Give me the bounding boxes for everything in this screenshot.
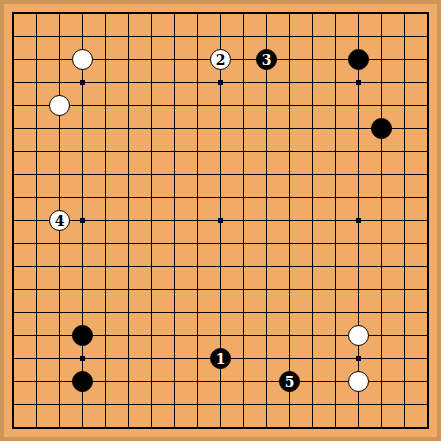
stone-black-Q17 <box>348 49 369 70</box>
star-point-Q4 <box>356 356 361 361</box>
stone-black-K4-move-1: 1 <box>210 348 231 369</box>
star-point-D10 <box>80 218 85 223</box>
go-board: 23415 <box>0 0 441 441</box>
stone-white-Q3 <box>348 371 369 392</box>
goban-grid[interactable]: 23415 <box>2 2 439 439</box>
stone-white-K17-move-2: 2 <box>210 49 231 70</box>
star-point-D16 <box>80 80 85 85</box>
star-point-Q10 <box>356 218 361 223</box>
star-point-K10 <box>218 218 223 223</box>
star-point-Q16 <box>356 80 361 85</box>
stone-white-Q5 <box>348 325 369 346</box>
stone-white-D17 <box>72 49 93 70</box>
stone-black-M17-move-3: 3 <box>256 49 277 70</box>
stone-white-C15 <box>49 95 70 116</box>
star-point-D4 <box>80 356 85 361</box>
stone-black-R14 <box>371 118 392 139</box>
stone-black-D5 <box>72 325 93 346</box>
star-point-K16 <box>218 80 223 85</box>
stone-black-D3 <box>72 371 93 392</box>
stone-black-N3-move-5: 5 <box>279 371 300 392</box>
stone-white-C10-move-4: 4 <box>49 210 70 231</box>
